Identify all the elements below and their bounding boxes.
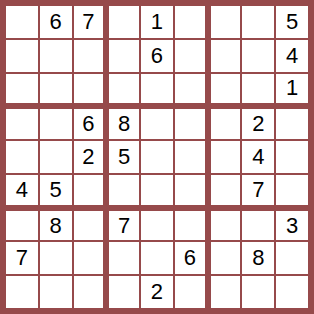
cell-r9c8[interactable] — [242, 276, 274, 308]
cell-r5c2[interactable] — [40, 141, 72, 173]
cell-r1c8[interactable] — [242, 6, 274, 38]
cell-r9c1[interactable] — [6, 276, 38, 308]
cell-r1c4[interactable] — [107, 6, 139, 38]
cell-r5c7[interactable] — [209, 141, 241, 173]
cell-r4c6[interactable] — [175, 107, 207, 139]
cell-r5c6[interactable] — [175, 141, 207, 173]
cell-r3c1[interactable] — [6, 74, 38, 106]
cell-r4c9[interactable] — [276, 107, 308, 139]
cell-r2c4[interactable] — [107, 40, 139, 72]
cell-r2c2[interactable] — [40, 40, 72, 72]
cell-r5c1[interactable] — [6, 141, 38, 173]
cell-r8c3[interactable] — [74, 242, 106, 274]
cell-r6c1[interactable]: 4 — [6, 175, 38, 207]
cell-r2c9[interactable]: 4 — [276, 40, 308, 72]
cell-r8c1[interactable]: 7 — [6, 242, 38, 274]
cell-r9c7[interactable] — [209, 276, 241, 308]
cell-r4c7[interactable] — [209, 107, 241, 139]
cell-r8c2[interactable] — [40, 242, 72, 274]
cell-r2c8[interactable] — [242, 40, 274, 72]
cell-r7c6[interactable] — [175, 209, 207, 241]
cell-r4c2[interactable] — [40, 107, 72, 139]
sudoku-board: 67156416822544578737682 — [0, 0, 314, 314]
cell-r9c5[interactable]: 2 — [141, 276, 173, 308]
cell-r2c7[interactable] — [209, 40, 241, 72]
cell-r6c9[interactable] — [276, 175, 308, 207]
cell-r3c3[interactable] — [74, 74, 106, 106]
cell-r4c3[interactable]: 6 — [74, 107, 106, 139]
cell-r7c3[interactable] — [74, 209, 106, 241]
cell-r4c4[interactable]: 8 — [107, 107, 139, 139]
cell-r1c5[interactable]: 1 — [141, 6, 173, 38]
cell-r8c4[interactable] — [107, 242, 139, 274]
cell-r9c4[interactable] — [107, 276, 139, 308]
cell-r9c9[interactable] — [276, 276, 308, 308]
cell-r8c7[interactable] — [209, 242, 241, 274]
cell-r7c9[interactable]: 3 — [276, 209, 308, 241]
cell-r5c9[interactable] — [276, 141, 308, 173]
cell-r3c9[interactable]: 1 — [276, 74, 308, 106]
cell-r2c3[interactable] — [74, 40, 106, 72]
cell-r9c6[interactable] — [175, 276, 207, 308]
cell-r8c5[interactable] — [141, 242, 173, 274]
cell-r1c7[interactable] — [209, 6, 241, 38]
cell-r7c4[interactable]: 7 — [107, 209, 139, 241]
cell-r6c7[interactable] — [209, 175, 241, 207]
cell-r7c8[interactable] — [242, 209, 274, 241]
cell-r2c6[interactable] — [175, 40, 207, 72]
cell-r3c7[interactable] — [209, 74, 241, 106]
cell-r1c1[interactable] — [6, 6, 38, 38]
cell-r6c4[interactable] — [107, 175, 139, 207]
cell-r6c2[interactable]: 5 — [40, 175, 72, 207]
cell-r1c6[interactable] — [175, 6, 207, 38]
cell-r1c2[interactable]: 6 — [40, 6, 72, 38]
cell-r7c5[interactable] — [141, 209, 173, 241]
cell-r8c6[interactable]: 6 — [175, 242, 207, 274]
cell-r2c1[interactable] — [6, 40, 38, 72]
cell-r3c2[interactable] — [40, 74, 72, 106]
cell-r6c3[interactable] — [74, 175, 106, 207]
cell-r1c9[interactable]: 5 — [276, 6, 308, 38]
cell-r5c8[interactable]: 4 — [242, 141, 274, 173]
cell-r8c9[interactable] — [276, 242, 308, 274]
cell-r7c7[interactable] — [209, 209, 241, 241]
cell-r1c3[interactable]: 7 — [74, 6, 106, 38]
cell-r9c2[interactable] — [40, 276, 72, 308]
cell-r4c5[interactable] — [141, 107, 173, 139]
cell-r7c2[interactable]: 8 — [40, 209, 72, 241]
cell-r3c8[interactable] — [242, 74, 274, 106]
cell-r5c5[interactable] — [141, 141, 173, 173]
cell-r8c8[interactable]: 8 — [242, 242, 274, 274]
cell-r5c3[interactable]: 2 — [74, 141, 106, 173]
cell-r2c5[interactable]: 6 — [141, 40, 173, 72]
cell-r3c6[interactable] — [175, 74, 207, 106]
cell-r5c4[interactable]: 5 — [107, 141, 139, 173]
cell-r6c8[interactable]: 7 — [242, 175, 274, 207]
cell-r3c4[interactable] — [107, 74, 139, 106]
cell-r4c1[interactable] — [6, 107, 38, 139]
cell-r6c5[interactable] — [141, 175, 173, 207]
cell-r6c6[interactable] — [175, 175, 207, 207]
cell-r4c8[interactable]: 2 — [242, 107, 274, 139]
cell-r9c3[interactable] — [74, 276, 106, 308]
cell-r7c1[interactable] — [6, 209, 38, 241]
cell-r3c5[interactable] — [141, 74, 173, 106]
